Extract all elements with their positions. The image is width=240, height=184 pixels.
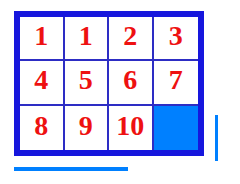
- blank-cell: [154, 106, 199, 150]
- tile-r2c2[interactable]: 5: [65, 61, 110, 105]
- tile-r2c4[interactable]: 7: [154, 61, 199, 105]
- tile-number: 10: [116, 112, 144, 140]
- tile-number: 2: [123, 22, 137, 50]
- tile-number: 9: [79, 112, 93, 140]
- tile-r2c1[interactable]: 4: [20, 61, 65, 105]
- tile-r3c3[interactable]: 10: [109, 106, 154, 150]
- tile-r1c3[interactable]: 2: [109, 17, 154, 61]
- blank-color-bleed-right: [215, 115, 218, 161]
- tile-r3c2[interactable]: 9: [65, 106, 110, 150]
- tile-number: 6: [123, 66, 137, 94]
- tile-number: 3: [169, 22, 183, 50]
- tile-number: 8: [34, 112, 48, 140]
- tile-r3c1[interactable]: 8: [20, 106, 65, 150]
- tile-number: 7: [169, 66, 183, 94]
- tile-number: 4: [34, 66, 48, 94]
- tile-r2c3[interactable]: 6: [109, 61, 154, 105]
- blank-color-bleed-bottom: [14, 167, 128, 171]
- tile-number: 5: [79, 66, 93, 94]
- tile-r1c1[interactable]: 1: [20, 17, 65, 61]
- tile-number: 1: [79, 22, 93, 50]
- puzzle-screen: 112345678910: [0, 0, 240, 184]
- tile-r1c2[interactable]: 1: [65, 17, 110, 61]
- tile-number: 1: [34, 22, 48, 50]
- puzzle-board: 112345678910: [14, 11, 204, 156]
- tile-r1c4[interactable]: 3: [154, 17, 199, 61]
